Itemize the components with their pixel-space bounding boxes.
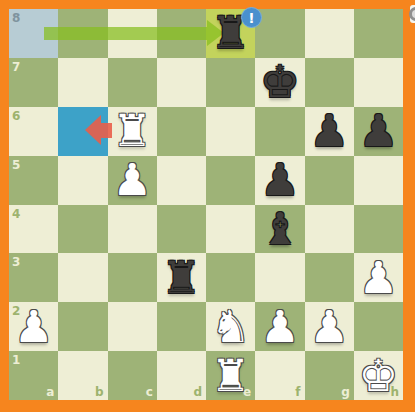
square-d8[interactable] [157, 9, 206, 58]
square-a6[interactable]: 6 [9, 107, 58, 156]
piece-white-rook-c6[interactable]: ♜ [108, 107, 157, 156]
rank-label-3: 3 [12, 256, 20, 268]
square-a2[interactable]: 2♟ [9, 302, 58, 351]
piece-black-pawn-h6[interactable]: ♟ [354, 107, 403, 156]
file-label-a: a [46, 386, 54, 398]
board-frame: 8♜7♚6♜♟♟5♟♟4♝3♜♟2♟♞♟♟1abcde♜fgh♚ ! [0, 0, 415, 412]
good-move-badge: ! [241, 7, 262, 28]
square-e4[interactable] [206, 205, 255, 254]
square-g3[interactable] [305, 253, 354, 302]
square-b4[interactable] [58, 205, 107, 254]
rank-label-6: 6 [12, 110, 20, 122]
square-g4[interactable] [305, 205, 354, 254]
square-c2[interactable] [108, 302, 157, 351]
square-h4[interactable] [354, 205, 403, 254]
square-b1[interactable]: b [58, 351, 107, 400]
square-c5[interactable]: ♟ [108, 156, 157, 205]
piece-black-bishop-f4[interactable]: ♝ [255, 205, 304, 254]
square-c7[interactable] [108, 58, 157, 107]
square-g8[interactable] [305, 9, 354, 58]
piece-white-pawn-c5[interactable]: ♟ [108, 156, 157, 205]
piece-white-pawn-a2[interactable]: ♟ [9, 302, 58, 351]
square-c1[interactable]: c [108, 351, 157, 400]
square-e5[interactable] [206, 156, 255, 205]
file-label-d: d [193, 386, 202, 398]
square-f3[interactable] [255, 253, 304, 302]
square-e3[interactable] [206, 253, 255, 302]
square-h7[interactable] [354, 58, 403, 107]
square-f4[interactable]: ♝ [255, 205, 304, 254]
square-e1[interactable]: e♜ [206, 351, 255, 400]
square-d5[interactable] [157, 156, 206, 205]
rank-label-4: 4 [12, 208, 20, 220]
piece-black-rook-d3[interactable]: ♜ [157, 253, 206, 302]
square-a5[interactable]: 5 [9, 156, 58, 205]
piece-white-king-h1[interactable]: ♚ [354, 351, 403, 400]
square-h5[interactable] [354, 156, 403, 205]
square-a3[interactable]: 3 [9, 253, 58, 302]
square-d1[interactable]: d [157, 351, 206, 400]
square-f5[interactable]: ♟ [255, 156, 304, 205]
square-d2[interactable] [157, 302, 206, 351]
square-a8[interactable]: 8 [9, 9, 58, 58]
square-a1[interactable]: 1a [9, 351, 58, 400]
square-g5[interactable] [305, 156, 354, 205]
square-d3[interactable]: ♜ [157, 253, 206, 302]
square-g7[interactable] [305, 58, 354, 107]
square-d7[interactable] [157, 58, 206, 107]
square-b7[interactable] [58, 58, 107, 107]
square-b6[interactable] [58, 107, 107, 156]
file-label-b: b [95, 386, 104, 398]
chess-board: 8♜7♚6♜♟♟5♟♟4♝3♜♟2♟♞♟♟1abcde♜fgh♚ ! [9, 9, 403, 400]
square-c3[interactable] [108, 253, 157, 302]
square-g6[interactable]: ♟ [305, 107, 354, 156]
square-b8[interactable] [58, 9, 107, 58]
square-f8[interactable] [255, 9, 304, 58]
square-a7[interactable]: 7 [9, 58, 58, 107]
square-f6[interactable] [255, 107, 304, 156]
square-h3[interactable]: ♟ [354, 253, 403, 302]
square-d4[interactable] [157, 205, 206, 254]
square-g1[interactable]: g [305, 351, 354, 400]
piece-white-pawn-f2[interactable]: ♟ [255, 302, 304, 351]
rank-label-5: 5 [12, 159, 20, 171]
piece-black-pawn-g6[interactable]: ♟ [305, 107, 354, 156]
square-h2[interactable] [354, 302, 403, 351]
square-e2[interactable]: ♞ [206, 302, 255, 351]
square-f2[interactable]: ♟ [255, 302, 304, 351]
square-c8[interactable] [108, 9, 157, 58]
square-b3[interactable] [58, 253, 107, 302]
square-a4[interactable]: 4 [9, 205, 58, 254]
piece-white-pawn-g2[interactable]: ♟ [305, 302, 354, 351]
square-h8[interactable] [354, 9, 403, 58]
square-d6[interactable] [157, 107, 206, 156]
square-c4[interactable] [108, 205, 157, 254]
piece-black-pawn-f5[interactable]: ♟ [255, 156, 304, 205]
square-e7[interactable] [206, 58, 255, 107]
square-f7[interactable]: ♚ [255, 58, 304, 107]
file-label-f: f [295, 386, 300, 398]
square-g2[interactable]: ♟ [305, 302, 354, 351]
piece-white-pawn-h3[interactable]: ♟ [354, 253, 403, 302]
square-b2[interactable] [58, 302, 107, 351]
square-h1[interactable]: h♚ [354, 351, 403, 400]
piece-white-knight-e2[interactable]: ♞ [206, 302, 255, 351]
piece-white-rook-e1[interactable]: ♜ [206, 351, 255, 400]
square-b5[interactable] [58, 156, 107, 205]
square-c6[interactable]: ♜ [108, 107, 157, 156]
piece-black-king-f7[interactable]: ♚ [255, 58, 304, 107]
square-f1[interactable]: f [255, 351, 304, 400]
square-h6[interactable]: ♟ [354, 107, 403, 156]
rank-label-7: 7 [12, 61, 20, 73]
file-label-c: c [146, 386, 153, 398]
square-e6[interactable] [206, 107, 255, 156]
rank-label-1: 1 [12, 354, 20, 366]
rank-label-8: 8 [12, 12, 20, 24]
file-label-g: g [341, 386, 350, 398]
